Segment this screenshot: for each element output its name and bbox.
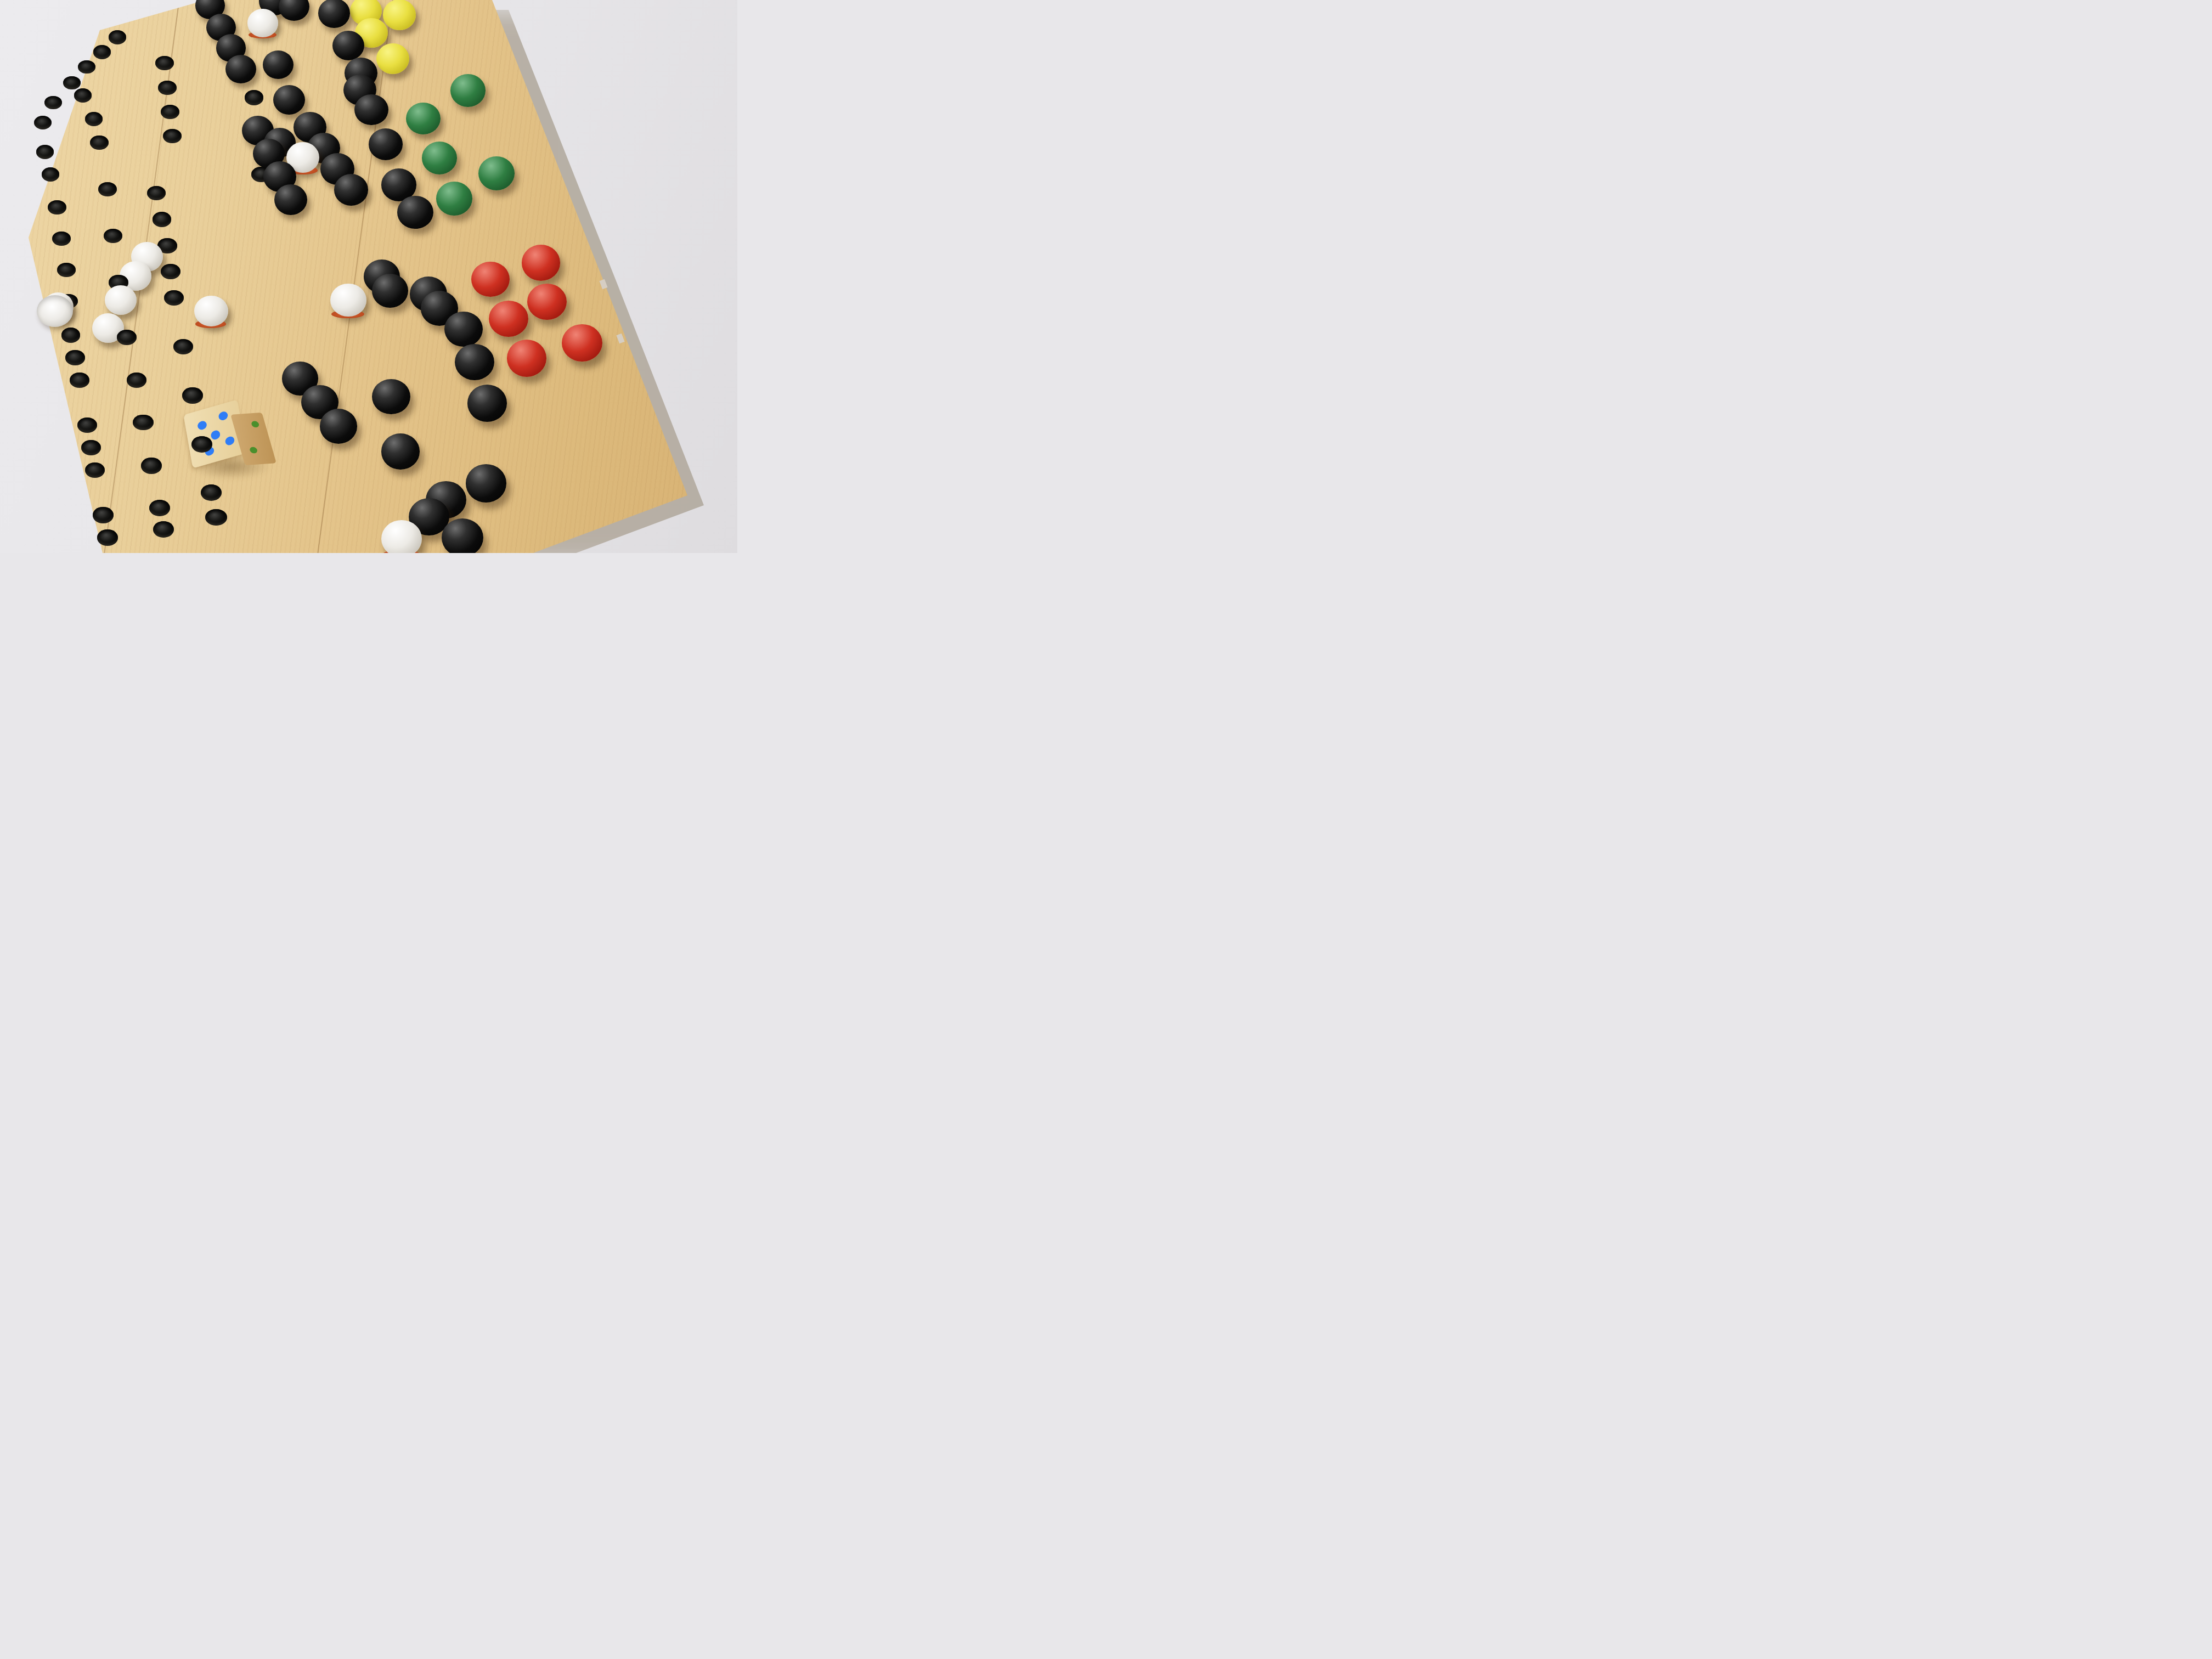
white-marble[interactable] bbox=[105, 285, 137, 315]
red-marble[interactable] bbox=[527, 284, 567, 320]
black-marble-surface bbox=[467, 385, 507, 421]
white-marble-surface bbox=[105, 285, 137, 315]
die-pip bbox=[210, 430, 221, 441]
black-marble-surface bbox=[466, 464, 507, 502]
green-marble[interactable] bbox=[478, 156, 515, 190]
black-marble-surface bbox=[318, 0, 349, 28]
black-marble-surface bbox=[444, 312, 483, 347]
white-marble[interactable] bbox=[381, 520, 421, 553]
board-hole[interactable] bbox=[153, 521, 174, 538]
board-hole[interactable] bbox=[109, 30, 126, 44]
board-hole[interactable] bbox=[34, 116, 52, 129]
board-hole[interactable] bbox=[93, 45, 111, 59]
red-marble-surface bbox=[489, 301, 528, 337]
black-marble[interactable] bbox=[318, 0, 349, 28]
red-marble[interactable] bbox=[522, 245, 561, 281]
board-hole[interactable] bbox=[205, 509, 227, 526]
green-marble[interactable] bbox=[436, 182, 472, 215]
die-pip bbox=[249, 447, 258, 454]
black-marble[interactable] bbox=[354, 94, 388, 126]
black-marble-surface bbox=[381, 433, 420, 470]
black-marble[interactable] bbox=[466, 464, 507, 502]
white-marble-surface bbox=[330, 284, 366, 317]
board-hole[interactable] bbox=[155, 56, 173, 70]
black-marble-surface bbox=[274, 184, 308, 216]
black-marble-surface bbox=[397, 196, 433, 229]
black-marble-surface bbox=[354, 94, 388, 126]
board-hole[interactable] bbox=[158, 81, 176, 95]
red-marble[interactable] bbox=[562, 324, 602, 362]
board-hole[interactable] bbox=[141, 458, 162, 473]
board-hole[interactable] bbox=[57, 263, 76, 278]
yellow-marble-surface bbox=[383, 0, 415, 30]
black-marble[interactable] bbox=[467, 385, 507, 421]
black-marble[interactable] bbox=[273, 85, 305, 115]
white-marble[interactable] bbox=[194, 296, 228, 327]
board-hole[interactable] bbox=[149, 500, 170, 516]
green-marble[interactable] bbox=[422, 142, 458, 174]
die-pip bbox=[218, 410, 229, 421]
board-hole[interactable] bbox=[117, 330, 137, 345]
white-marble[interactable] bbox=[247, 9, 278, 37]
board-hole[interactable] bbox=[191, 436, 212, 453]
green-marble-surface bbox=[450, 74, 486, 106]
black-marble[interactable] bbox=[274, 184, 308, 216]
board-hole[interactable] bbox=[70, 373, 89, 388]
black-marble-surface bbox=[369, 128, 403, 160]
black-marble[interactable] bbox=[320, 409, 357, 444]
yellow-marble[interactable] bbox=[383, 0, 415, 30]
black-marble[interactable] bbox=[372, 274, 408, 308]
red-marble-surface bbox=[471, 262, 509, 297]
black-marble[interactable] bbox=[225, 55, 256, 83]
black-marble-surface bbox=[225, 55, 256, 83]
white-marble-surface bbox=[247, 9, 278, 37]
black-marble-surface bbox=[273, 85, 305, 115]
green-marble-surface bbox=[478, 156, 515, 190]
die-pip bbox=[225, 435, 235, 446]
red-marble[interactable] bbox=[507, 340, 547, 377]
black-marble[interactable] bbox=[332, 31, 365, 61]
white-marble-surface bbox=[194, 296, 228, 327]
board-hole[interactable] bbox=[97, 529, 118, 546]
board-hole[interactable] bbox=[48, 200, 66, 215]
red-marble-surface bbox=[522, 245, 561, 281]
black-marble[interactable] bbox=[442, 518, 483, 553]
board-hole[interactable] bbox=[153, 212, 172, 227]
red-marble-surface bbox=[527, 284, 567, 320]
board-hole[interactable] bbox=[85, 112, 103, 126]
black-marble[interactable] bbox=[397, 196, 433, 229]
board-hole[interactable] bbox=[77, 417, 97, 433]
black-marble-surface bbox=[332, 31, 365, 61]
yellow-marble[interactable] bbox=[376, 43, 409, 74]
board-hole[interactable] bbox=[133, 415, 153, 431]
board-hole[interactable] bbox=[164, 290, 184, 306]
board-hole[interactable] bbox=[161, 264, 180, 279]
black-marble-surface bbox=[455, 344, 494, 380]
black-marble-surface bbox=[442, 518, 483, 553]
black-marble[interactable] bbox=[455, 344, 494, 380]
board-hole[interactable] bbox=[44, 96, 62, 110]
yellow-marble-surface bbox=[376, 43, 409, 74]
red-marble[interactable] bbox=[489, 301, 528, 337]
board-hole[interactable] bbox=[65, 350, 84, 365]
black-marble-surface bbox=[372, 379, 410, 414]
white-marble[interactable] bbox=[330, 284, 366, 317]
red-marble[interactable] bbox=[471, 262, 509, 297]
green-marble[interactable] bbox=[450, 74, 486, 106]
black-marble[interactable] bbox=[381, 433, 420, 470]
white-marble-surface bbox=[381, 520, 421, 553]
board-hole[interactable] bbox=[93, 507, 114, 523]
black-marble-surface bbox=[372, 274, 408, 308]
board-hole[interactable] bbox=[98, 182, 117, 196]
start-dish[interactable] bbox=[37, 295, 73, 327]
board-hole[interactable] bbox=[161, 105, 179, 119]
red-marble-surface bbox=[507, 340, 547, 377]
board-hole[interactable] bbox=[61, 328, 81, 342]
black-marble-surface bbox=[334, 174, 369, 206]
board-hole[interactable] bbox=[90, 136, 108, 150]
die-pip bbox=[197, 420, 207, 431]
board-hole[interactable] bbox=[52, 232, 71, 246]
board-hole[interactable] bbox=[36, 145, 54, 159]
black-marble[interactable] bbox=[372, 379, 410, 414]
photo-scene bbox=[0, 0, 737, 553]
black-marble[interactable] bbox=[444, 312, 483, 347]
green-marble-surface bbox=[422, 142, 458, 174]
board-hole[interactable] bbox=[63, 76, 81, 90]
board-hole[interactable] bbox=[42, 167, 60, 182]
board-hole[interactable] bbox=[245, 90, 264, 105]
die-pip bbox=[251, 421, 261, 427]
board-hole[interactable] bbox=[74, 88, 92, 102]
black-marble[interactable] bbox=[369, 128, 403, 160]
green-marble-surface bbox=[436, 182, 472, 215]
board-hole[interactable] bbox=[163, 129, 182, 144]
red-marble-surface bbox=[562, 324, 602, 362]
black-marble-surface bbox=[320, 409, 357, 444]
black-marble[interactable] bbox=[334, 174, 369, 206]
